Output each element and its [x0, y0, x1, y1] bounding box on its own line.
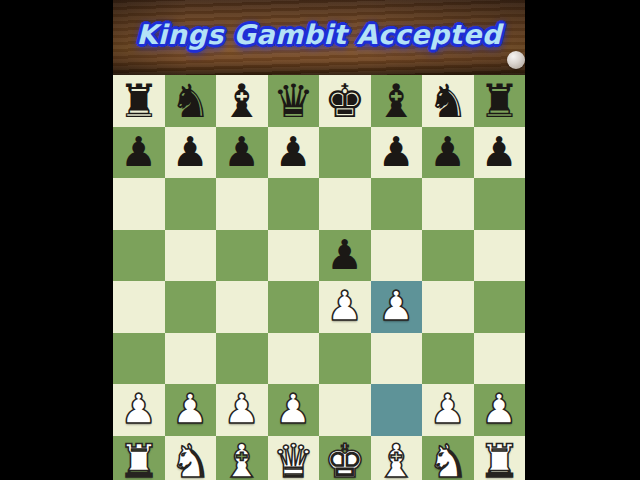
- piece-black-pawn[interactable]: ♟: [113, 127, 165, 179]
- piece-black-pawn[interactable]: ♟: [474, 127, 526, 179]
- square-c8[interactable]: ♝: [216, 75, 268, 127]
- square-d7[interactable]: ♟: [268, 127, 320, 179]
- square-b5[interactable]: [165, 230, 217, 282]
- square-e8[interactable]: ♚: [319, 75, 371, 127]
- square-h2[interactable]: ♟: [474, 384, 526, 436]
- square-b7[interactable]: ♟: [165, 127, 217, 179]
- square-a3[interactable]: [113, 333, 165, 385]
- piece-white-pawn[interactable]: ♟: [165, 384, 217, 436]
- square-c5[interactable]: [216, 230, 268, 282]
- square-d4[interactable]: [268, 281, 320, 333]
- square-f4[interactable]: ♟: [371, 281, 423, 333]
- piece-black-rook[interactable]: ♜: [474, 75, 526, 127]
- square-b1[interactable]: ♞: [165, 436, 217, 480]
- piece-black-queen[interactable]: ♛: [268, 75, 320, 127]
- square-h8[interactable]: ♜: [474, 75, 526, 127]
- square-e3[interactable]: [319, 333, 371, 385]
- square-c1[interactable]: ♝: [216, 436, 268, 480]
- piece-black-knight[interactable]: ♞: [165, 75, 217, 127]
- square-b2[interactable]: ♟: [165, 384, 217, 436]
- square-c7[interactable]: ♟: [216, 127, 268, 179]
- piece-black-knight[interactable]: ♞: [422, 75, 474, 127]
- piece-white-king[interactable]: ♚: [319, 436, 371, 480]
- wood-banner: Kings Gambit Accepted: [113, 0, 525, 75]
- square-e5[interactable]: ♟: [319, 230, 371, 282]
- ball-icon: [507, 51, 525, 69]
- square-a7[interactable]: ♟: [113, 127, 165, 179]
- letterbox-left: [0, 0, 113, 480]
- piece-black-rook[interactable]: ♜: [113, 75, 165, 127]
- video-frame: Kings Gambit Accepted ♜♞♝♛♚♝♞♜♟♟♟♟♟♟♟♟♟♟…: [0, 0, 640, 480]
- chess-board: ♜♞♝♛♚♝♞♜♟♟♟♟♟♟♟♟♟♟♟♟♟♟♟♟♜♞♝♛♚♝♞♜: [113, 75, 525, 480]
- square-f3[interactable]: [371, 333, 423, 385]
- piece-white-queen[interactable]: ♛: [268, 436, 320, 480]
- square-g2[interactable]: ♟: [422, 384, 474, 436]
- square-c6[interactable]: [216, 178, 268, 230]
- square-b8[interactable]: ♞: [165, 75, 217, 127]
- square-e4[interactable]: ♟: [319, 281, 371, 333]
- square-a4[interactable]: [113, 281, 165, 333]
- piece-white-pawn[interactable]: ♟: [113, 384, 165, 436]
- square-f6[interactable]: [371, 178, 423, 230]
- square-e1[interactable]: ♚: [319, 436, 371, 480]
- square-e7[interactable]: [319, 127, 371, 179]
- square-f8[interactable]: ♝: [371, 75, 423, 127]
- piece-black-pawn[interactable]: ♟: [422, 127, 474, 179]
- square-g8[interactable]: ♞: [422, 75, 474, 127]
- square-g6[interactable]: [422, 178, 474, 230]
- square-g1[interactable]: ♞: [422, 436, 474, 480]
- square-h6[interactable]: [474, 178, 526, 230]
- letterbox-right: [525, 0, 640, 480]
- square-g3[interactable]: [422, 333, 474, 385]
- square-a5[interactable]: [113, 230, 165, 282]
- square-h5[interactable]: [474, 230, 526, 282]
- piece-white-pawn[interactable]: ♟: [319, 281, 371, 333]
- square-f2[interactable]: [371, 384, 423, 436]
- square-a2[interactable]: ♟: [113, 384, 165, 436]
- square-d5[interactable]: [268, 230, 320, 282]
- square-d6[interactable]: [268, 178, 320, 230]
- square-f1[interactable]: ♝: [371, 436, 423, 480]
- piece-black-king[interactable]: ♚: [319, 75, 371, 127]
- piece-white-pawn[interactable]: ♟: [474, 384, 526, 436]
- piece-white-knight[interactable]: ♞: [165, 436, 217, 480]
- square-g5[interactable]: [422, 230, 474, 282]
- square-f7[interactable]: ♟: [371, 127, 423, 179]
- square-b6[interactable]: [165, 178, 217, 230]
- piece-white-bishop[interactable]: ♝: [371, 436, 423, 480]
- piece-black-bishop[interactable]: ♝: [371, 75, 423, 127]
- piece-black-pawn[interactable]: ♟: [371, 127, 423, 179]
- page-title: Kings Gambit Accepted: [113, 19, 525, 50]
- square-a1[interactable]: ♜: [113, 436, 165, 480]
- square-d8[interactable]: ♛: [268, 75, 320, 127]
- square-d1[interactable]: ♛: [268, 436, 320, 480]
- piece-black-pawn[interactable]: ♟: [216, 127, 268, 179]
- square-d2[interactable]: ♟: [268, 384, 320, 436]
- piece-white-bishop[interactable]: ♝: [216, 436, 268, 480]
- piece-white-rook[interactable]: ♜: [474, 436, 526, 480]
- square-h3[interactable]: [474, 333, 526, 385]
- square-h1[interactable]: ♜: [474, 436, 526, 480]
- piece-black-bishop[interactable]: ♝: [216, 75, 268, 127]
- piece-white-pawn[interactable]: ♟: [422, 384, 474, 436]
- square-g7[interactable]: ♟: [422, 127, 474, 179]
- square-g4[interactable]: [422, 281, 474, 333]
- square-d3[interactable]: [268, 333, 320, 385]
- stage: Kings Gambit Accepted ♜♞♝♛♚♝♞♜♟♟♟♟♟♟♟♟♟♟…: [113, 0, 525, 480]
- piece-white-pawn[interactable]: ♟: [371, 281, 423, 333]
- square-a6[interactable]: [113, 178, 165, 230]
- square-h7[interactable]: ♟: [474, 127, 526, 179]
- square-e2[interactable]: [319, 384, 371, 436]
- piece-white-pawn[interactable]: ♟: [216, 384, 268, 436]
- square-f5[interactable]: [371, 230, 423, 282]
- piece-black-pawn[interactable]: ♟: [268, 127, 320, 179]
- piece-white-rook[interactable]: ♜: [113, 436, 165, 480]
- piece-white-pawn[interactable]: ♟: [268, 384, 320, 436]
- square-e6[interactable]: [319, 178, 371, 230]
- square-c3[interactable]: [216, 333, 268, 385]
- square-b3[interactable]: [165, 333, 217, 385]
- piece-white-knight[interactable]: ♞: [422, 436, 474, 480]
- piece-black-pawn[interactable]: ♟: [165, 127, 217, 179]
- square-b4[interactable]: [165, 281, 217, 333]
- square-h4[interactable]: [474, 281, 526, 333]
- piece-black-pawn[interactable]: ♟: [319, 230, 371, 282]
- square-c4[interactable]: [216, 281, 268, 333]
- square-a8[interactable]: ♜: [113, 75, 165, 127]
- square-c2[interactable]: ♟: [216, 384, 268, 436]
